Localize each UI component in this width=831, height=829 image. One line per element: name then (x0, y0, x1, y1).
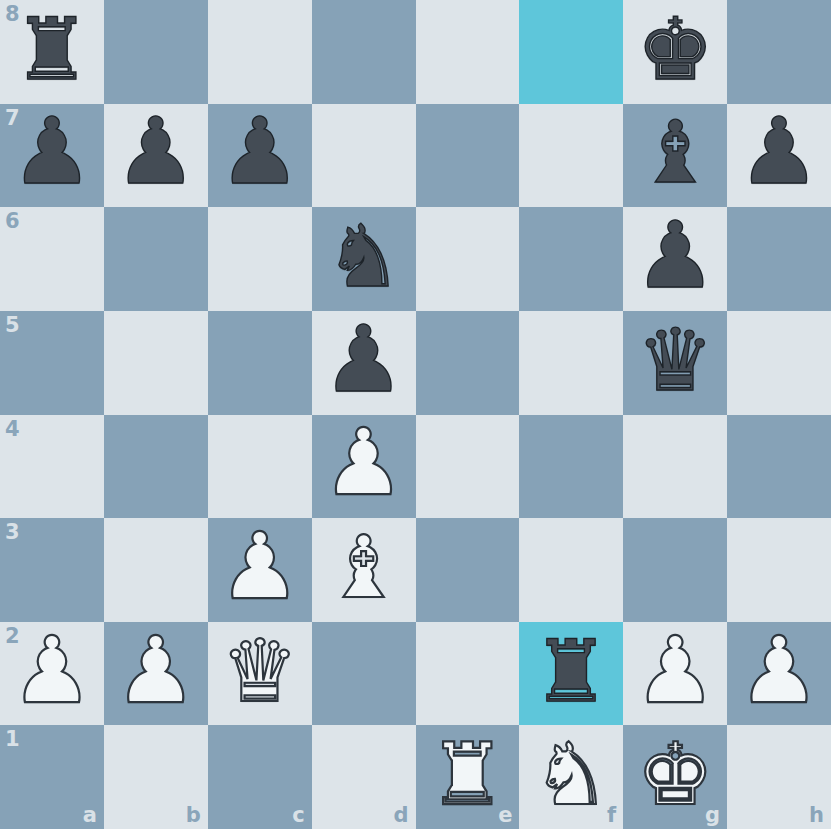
square-b5[interactable] (104, 311, 208, 415)
black-pawn[interactable]: ♟ (738, 106, 820, 198)
square-h6[interactable] (727, 207, 831, 311)
white-rook[interactable]: ♜ (429, 731, 506, 817)
square-d6[interactable]: ♞ (312, 207, 416, 311)
file-label-a: a (83, 805, 97, 826)
square-h1[interactable]: h (727, 725, 831, 829)
square-d8[interactable] (312, 0, 416, 104)
square-f1[interactable]: f♞ (519, 725, 623, 829)
square-g6[interactable]: ♟ (623, 207, 727, 311)
square-c3[interactable]: ♟ (208, 518, 312, 622)
white-pawn[interactable]: ♟ (11, 625, 93, 717)
file-label-c: c (292, 805, 304, 826)
square-d5[interactable]: ♟ (312, 311, 416, 415)
white-pawn[interactable]: ♟ (218, 521, 300, 613)
square-b8[interactable] (104, 0, 208, 104)
rank-label-3: 3 (5, 522, 20, 543)
square-b3[interactable] (104, 518, 208, 622)
square-e2[interactable] (416, 622, 520, 726)
white-pawn[interactable]: ♟ (738, 625, 820, 717)
square-b2[interactable]: ♟ (104, 622, 208, 726)
rank-label-4: 4 (5, 419, 20, 440)
square-e6[interactable] (416, 207, 520, 311)
square-g8[interactable]: ♚ (623, 0, 727, 104)
square-h8[interactable] (727, 0, 831, 104)
square-h3[interactable] (727, 518, 831, 622)
black-bishop[interactable]: ♝ (637, 109, 714, 195)
square-c8[interactable] (208, 0, 312, 104)
square-f6[interactable] (519, 207, 623, 311)
white-pawn[interactable]: ♟ (115, 625, 197, 717)
square-d1[interactable]: d (312, 725, 416, 829)
rank-label-1: 1 (5, 729, 20, 750)
square-b4[interactable] (104, 415, 208, 519)
square-h5[interactable] (727, 311, 831, 415)
square-e5[interactable] (416, 311, 520, 415)
white-queen[interactable]: ♛ (221, 628, 298, 714)
square-e4[interactable] (416, 415, 520, 519)
square-a6[interactable]: 6 (0, 207, 104, 311)
square-c7[interactable]: ♟ (208, 104, 312, 208)
square-h2[interactable]: ♟ (727, 622, 831, 726)
square-c1[interactable]: c (208, 725, 312, 829)
chess-board: 8♜♚7♟♟♟♝♟6♞♟5♟♛4♟3♟♝2♟♟♛♜♟♟1abcde♜f♞g♚h (0, 0, 831, 829)
file-label-h: h (809, 805, 824, 826)
file-label-b: b (186, 805, 201, 826)
square-c6[interactable] (208, 207, 312, 311)
square-b6[interactable] (104, 207, 208, 311)
square-a3[interactable]: 3 (0, 518, 104, 622)
file-label-d: d (393, 805, 408, 826)
black-king[interactable]: ♚ (637, 6, 714, 92)
square-g4[interactable] (623, 415, 727, 519)
rank-label-6: 6 (5, 211, 20, 232)
square-f3[interactable] (519, 518, 623, 622)
black-queen[interactable]: ♛ (637, 317, 714, 403)
square-b7[interactable]: ♟ (104, 104, 208, 208)
white-knight[interactable]: ♞ (533, 731, 610, 817)
square-a8[interactable]: 8♜ (0, 0, 104, 104)
white-pawn[interactable]: ♟ (322, 417, 404, 509)
square-h4[interactable] (727, 415, 831, 519)
black-rook[interactable]: ♜ (533, 628, 610, 714)
square-f4[interactable] (519, 415, 623, 519)
square-c4[interactable] (208, 415, 312, 519)
white-pawn[interactable]: ♟ (634, 625, 716, 717)
square-d7[interactable] (312, 104, 416, 208)
square-g5[interactable]: ♛ (623, 311, 727, 415)
square-e7[interactable] (416, 104, 520, 208)
square-c5[interactable] (208, 311, 312, 415)
black-knight[interactable]: ♞ (325, 213, 402, 299)
square-g7[interactable]: ♝ (623, 104, 727, 208)
square-e8[interactable] (416, 0, 520, 104)
square-f8[interactable] (519, 0, 623, 104)
square-a1[interactable]: 1a (0, 725, 104, 829)
square-e1[interactable]: e♜ (416, 725, 520, 829)
black-pawn[interactable]: ♟ (115, 106, 197, 198)
black-pawn[interactable]: ♟ (218, 106, 300, 198)
black-rook[interactable]: ♜ (13, 6, 90, 92)
white-king[interactable]: ♚ (637, 731, 714, 817)
square-h7[interactable]: ♟ (727, 104, 831, 208)
square-a5[interactable]: 5 (0, 311, 104, 415)
square-f2[interactable]: ♜ (519, 622, 623, 726)
black-pawn[interactable]: ♟ (634, 210, 716, 302)
square-e3[interactable] (416, 518, 520, 622)
square-d3[interactable]: ♝ (312, 518, 416, 622)
rank-label-5: 5 (5, 315, 20, 336)
square-a7[interactable]: 7♟ (0, 104, 104, 208)
square-f5[interactable] (519, 311, 623, 415)
square-a4[interactable]: 4 (0, 415, 104, 519)
square-b1[interactable]: b (104, 725, 208, 829)
square-g2[interactable]: ♟ (623, 622, 727, 726)
square-d2[interactable] (312, 622, 416, 726)
square-a2[interactable]: 2♟ (0, 622, 104, 726)
square-c2[interactable]: ♛ (208, 622, 312, 726)
white-bishop[interactable]: ♝ (325, 524, 402, 610)
black-pawn[interactable]: ♟ (322, 314, 404, 406)
black-pawn[interactable]: ♟ (11, 106, 93, 198)
square-d4[interactable]: ♟ (312, 415, 416, 519)
square-g1[interactable]: g♚ (623, 725, 727, 829)
square-f7[interactable] (519, 104, 623, 208)
square-g3[interactable] (623, 518, 727, 622)
